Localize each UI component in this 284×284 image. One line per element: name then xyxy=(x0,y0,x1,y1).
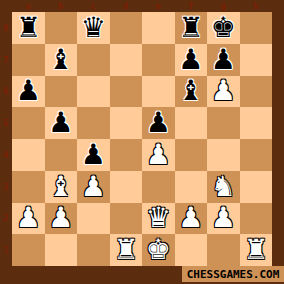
black-pawn-g7: ♟ xyxy=(211,46,236,74)
rank-label-6: 6 xyxy=(0,76,12,108)
square-f8[interactable]: ♜ xyxy=(175,12,208,44)
square-h5[interactable] xyxy=(240,107,273,139)
square-f4[interactable] xyxy=(175,139,208,171)
square-c5[interactable] xyxy=(77,107,110,139)
square-c6[interactable] xyxy=(77,76,110,108)
file-labels: abcdefgh xyxy=(12,0,272,12)
file-label-e: e xyxy=(142,0,175,12)
square-b8[interactable] xyxy=(45,12,78,44)
white-queen-e2: ♛ xyxy=(146,204,171,232)
site-label: CHESSGAMES.COM xyxy=(187,268,280,281)
square-e6[interactable] xyxy=(142,76,175,108)
rank-label-2: 2 xyxy=(0,203,12,235)
square-d8[interactable] xyxy=(110,12,143,44)
square-e1[interactable]: ♚ xyxy=(142,234,175,266)
square-c1[interactable] xyxy=(77,234,110,266)
square-h4[interactable] xyxy=(240,139,273,171)
square-f2[interactable]: ♟ xyxy=(175,203,208,235)
square-c8[interactable]: ♛ xyxy=(77,12,110,44)
square-b4[interactable] xyxy=(45,139,78,171)
black-pawn-f7: ♟ xyxy=(178,46,203,74)
square-a7[interactable] xyxy=(12,44,45,76)
square-d5[interactable] xyxy=(110,107,143,139)
square-h6[interactable] xyxy=(240,76,273,108)
square-g1[interactable] xyxy=(207,234,240,266)
black-pawn-e5: ♟ xyxy=(146,109,171,137)
square-g2[interactable]: ♟ xyxy=(207,203,240,235)
black-pawn-b5: ♟ xyxy=(48,109,73,137)
file-label-f: f xyxy=(175,0,208,12)
square-e8[interactable] xyxy=(142,12,175,44)
chess-board: ♜♛♜♚♝♟♟♟♝♟♟♟♟♟♝♟♞♟♟♛♟♟♜♚♜ xyxy=(12,12,272,266)
file-label-h: h xyxy=(240,0,273,12)
square-h2[interactable] xyxy=(240,203,273,235)
square-g4[interactable] xyxy=(207,139,240,171)
square-c3[interactable]: ♟ xyxy=(77,171,110,203)
square-a3[interactable] xyxy=(12,171,45,203)
chess-diagram: abcdefgh 87654321 ♜♛♜♚♝♟♟♟♝♟♟♟♟♟♝♟♞♟♟♛♟♟… xyxy=(0,0,284,284)
square-a8[interactable]: ♜ xyxy=(12,12,45,44)
file-label-b: b xyxy=(45,0,78,12)
white-bishop-b3: ♝ xyxy=(48,173,73,201)
square-d6[interactable] xyxy=(110,76,143,108)
square-h1[interactable]: ♜ xyxy=(240,234,273,266)
white-pawn-a2: ♟ xyxy=(16,204,41,232)
square-d7[interactable] xyxy=(110,44,143,76)
white-rook-d1: ♜ xyxy=(113,236,138,264)
white-king-e1: ♚ xyxy=(146,236,171,264)
rank-label-4: 4 xyxy=(0,139,12,171)
square-d1[interactable]: ♜ xyxy=(110,234,143,266)
square-f3[interactable] xyxy=(175,171,208,203)
square-a5[interactable] xyxy=(12,107,45,139)
white-rook-h1: ♜ xyxy=(243,236,268,264)
square-c2[interactable] xyxy=(77,203,110,235)
square-a6[interactable]: ♟ xyxy=(12,76,45,108)
square-b5[interactable]: ♟ xyxy=(45,107,78,139)
square-g3[interactable]: ♞ xyxy=(207,171,240,203)
square-e4[interactable]: ♟ xyxy=(142,139,175,171)
square-e7[interactable] xyxy=(142,44,175,76)
black-rook-a8: ♜ xyxy=(16,14,41,42)
black-pawn-c4: ♟ xyxy=(81,141,106,169)
rank-labels: 87654321 xyxy=(0,12,12,266)
square-b2[interactable]: ♟ xyxy=(45,203,78,235)
square-b1[interactable] xyxy=(45,234,78,266)
white-pawn-e4: ♟ xyxy=(146,141,171,169)
file-label-d: d xyxy=(110,0,143,12)
white-pawn-g2: ♟ xyxy=(211,204,236,232)
square-g5[interactable] xyxy=(207,107,240,139)
black-king-g8: ♚ xyxy=(211,14,236,42)
rank-label-5: 5 xyxy=(0,107,12,139)
square-h3[interactable] xyxy=(240,171,273,203)
black-bishop-b7: ♝ xyxy=(48,46,73,74)
square-b6[interactable] xyxy=(45,76,78,108)
square-d2[interactable] xyxy=(110,203,143,235)
rank-label-3: 3 xyxy=(0,171,12,203)
white-pawn-f2: ♟ xyxy=(178,204,203,232)
square-b3[interactable]: ♝ xyxy=(45,171,78,203)
square-f7[interactable]: ♟ xyxy=(175,44,208,76)
white-pawn-b2: ♟ xyxy=(48,204,73,232)
black-queen-c8: ♛ xyxy=(81,14,106,42)
white-pawn-c3: ♟ xyxy=(81,173,106,201)
square-d3[interactable] xyxy=(110,171,143,203)
square-g7[interactable]: ♟ xyxy=(207,44,240,76)
site-strip: CHESSGAMES.COM xyxy=(182,266,284,282)
square-g8[interactable]: ♚ xyxy=(207,12,240,44)
square-h8[interactable] xyxy=(240,12,273,44)
square-e3[interactable] xyxy=(142,171,175,203)
black-rook-f8: ♜ xyxy=(178,14,203,42)
black-bishop-f6: ♝ xyxy=(178,77,203,105)
square-e2[interactable]: ♛ xyxy=(142,203,175,235)
file-label-a: a xyxy=(12,0,45,12)
file-label-c: c xyxy=(77,0,110,12)
square-b7[interactable]: ♝ xyxy=(45,44,78,76)
rank-label-1: 1 xyxy=(0,234,12,266)
square-f1[interactable] xyxy=(175,234,208,266)
square-h7[interactable] xyxy=(240,44,273,76)
file-label-g: g xyxy=(207,0,240,12)
black-pawn-a6: ♟ xyxy=(16,77,41,105)
rank-label-7: 7 xyxy=(0,44,12,76)
white-pawn-g6: ♟ xyxy=(211,77,236,105)
square-c4[interactable]: ♟ xyxy=(77,139,110,171)
square-e5[interactable]: ♟ xyxy=(142,107,175,139)
square-a1[interactable] xyxy=(12,234,45,266)
square-a2[interactable]: ♟ xyxy=(12,203,45,235)
square-g6[interactable]: ♟ xyxy=(207,76,240,108)
square-c7[interactable] xyxy=(77,44,110,76)
square-f5[interactable] xyxy=(175,107,208,139)
square-d4[interactable] xyxy=(110,139,143,171)
white-knight-g3: ♞ xyxy=(211,173,236,201)
square-f6[interactable]: ♝ xyxy=(175,76,208,108)
rank-label-8: 8 xyxy=(0,12,12,44)
square-a4[interactable] xyxy=(12,139,45,171)
